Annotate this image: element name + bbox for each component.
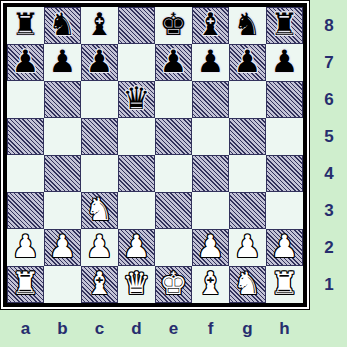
square-f6[interactable] [192, 81, 229, 118]
square-g3[interactable] [229, 192, 266, 229]
square-a8[interactable]: ♜ [7, 7, 44, 44]
file-label-g: g [229, 311, 266, 347]
black-knight: ♞ [234, 9, 262, 40]
square-c4[interactable] [81, 155, 118, 192]
square-g5[interactable] [229, 118, 266, 155]
square-b8[interactable]: ♞ [44, 7, 81, 44]
square-h6[interactable] [266, 81, 303, 118]
square-c5[interactable] [81, 118, 118, 155]
square-d5[interactable] [118, 118, 155, 155]
black-pawn: ♟ [12, 46, 40, 77]
rank-label-4: 4 [311, 155, 347, 192]
square-h4[interactable] [266, 155, 303, 192]
square-b1[interactable] [44, 266, 81, 303]
white-rook: ♜ [12, 268, 40, 299]
white-bishop: ♝ [86, 268, 114, 299]
square-f5[interactable] [192, 118, 229, 155]
chess-diagram: ♜♞♝♚♝♞♜♟♟♟♟♟♟♟♛♞♟♟♟♟♟♟♟♜♝♛♚♝♞♜ 87654321 … [0, 0, 347, 347]
rank-label-3: 3 [311, 192, 347, 229]
square-a2[interactable]: ♟ [7, 229, 44, 266]
rank-label-5: 5 [311, 118, 347, 155]
rank-label-7: 7 [311, 44, 347, 81]
square-f4[interactable] [192, 155, 229, 192]
square-a3[interactable] [7, 192, 44, 229]
black-bishop: ♝ [86, 9, 114, 40]
black-pawn: ♟ [49, 46, 77, 77]
chess-board: ♜♞♝♚♝♞♜♟♟♟♟♟♟♟♛♞♟♟♟♟♟♟♟♜♝♛♚♝♞♜ [7, 7, 303, 303]
black-knight: ♞ [49, 9, 77, 40]
square-b3[interactable] [44, 192, 81, 229]
black-bishop: ♝ [197, 9, 225, 40]
square-e1[interactable]: ♚ [155, 266, 192, 303]
file-label-d: d [118, 311, 155, 347]
square-h2[interactable]: ♟ [266, 229, 303, 266]
file-label-a: a [7, 311, 44, 347]
square-e2[interactable] [155, 229, 192, 266]
black-pawn: ♟ [197, 46, 225, 77]
square-c3[interactable]: ♞ [81, 192, 118, 229]
square-g4[interactable] [229, 155, 266, 192]
square-a6[interactable] [7, 81, 44, 118]
white-king: ♚ [160, 268, 188, 299]
file-label-b: b [44, 311, 81, 347]
rank-label-6: 6 [311, 81, 347, 118]
square-d7[interactable] [118, 44, 155, 81]
square-d4[interactable] [118, 155, 155, 192]
file-label-c: c [81, 311, 118, 347]
square-a7[interactable]: ♟ [7, 44, 44, 81]
square-b4[interactable] [44, 155, 81, 192]
file-label-f: f [192, 311, 229, 347]
white-pawn: ♟ [12, 231, 40, 262]
white-bishop: ♝ [197, 268, 225, 299]
square-g2[interactable]: ♟ [229, 229, 266, 266]
black-pawn: ♟ [160, 46, 188, 77]
square-c6[interactable] [81, 81, 118, 118]
square-b6[interactable] [44, 81, 81, 118]
square-h7[interactable]: ♟ [266, 44, 303, 81]
square-g6[interactable] [229, 81, 266, 118]
white-rook: ♜ [271, 268, 299, 299]
square-f2[interactable]: ♟ [192, 229, 229, 266]
square-g7[interactable]: ♟ [229, 44, 266, 81]
black-queen: ♛ [123, 83, 151, 114]
white-queen: ♛ [123, 268, 151, 299]
white-pawn: ♟ [86, 231, 114, 262]
white-pawn: ♟ [49, 231, 77, 262]
square-c1[interactable]: ♝ [81, 266, 118, 303]
square-b5[interactable] [44, 118, 81, 155]
black-rook: ♜ [12, 9, 40, 40]
square-h8[interactable]: ♜ [266, 7, 303, 44]
white-pawn: ♟ [197, 231, 225, 262]
square-e8[interactable]: ♚ [155, 7, 192, 44]
square-h1[interactable]: ♜ [266, 266, 303, 303]
square-d1[interactable]: ♛ [118, 266, 155, 303]
black-pawn: ♟ [271, 46, 299, 77]
square-c7[interactable]: ♟ [81, 44, 118, 81]
square-d3[interactable] [118, 192, 155, 229]
rank-labels: 87654321 [311, 7, 347, 303]
square-b2[interactable]: ♟ [44, 229, 81, 266]
square-a1[interactable]: ♜ [7, 266, 44, 303]
square-f7[interactable]: ♟ [192, 44, 229, 81]
file-label-e: e [155, 311, 192, 347]
chess-board-border: ♜♞♝♚♝♞♜♟♟♟♟♟♟♟♛♞♟♟♟♟♟♟♟♜♝♛♚♝♞♜ [3, 3, 307, 307]
square-a5[interactable] [7, 118, 44, 155]
white-pawn: ♟ [271, 231, 299, 262]
black-king: ♚ [160, 9, 188, 40]
square-c2[interactable]: ♟ [81, 229, 118, 266]
square-d8[interactable] [118, 7, 155, 44]
square-d6[interactable]: ♛ [118, 81, 155, 118]
square-e6[interactable] [155, 81, 192, 118]
chess-board-frame: ♜♞♝♚♝♞♜♟♟♟♟♟♟♟♛♞♟♟♟♟♟♟♟♜♝♛♚♝♞♜ [0, 0, 310, 310]
square-f3[interactable] [192, 192, 229, 229]
square-d2[interactable]: ♟ [118, 229, 155, 266]
square-a4[interactable] [7, 155, 44, 192]
square-e7[interactable]: ♟ [155, 44, 192, 81]
file-label-h: h [266, 311, 303, 347]
rank-label-2: 2 [311, 229, 347, 266]
square-g1[interactable]: ♞ [229, 266, 266, 303]
square-c8[interactable]: ♝ [81, 7, 118, 44]
rank-label-1: 1 [311, 266, 347, 303]
square-g8[interactable]: ♞ [229, 7, 266, 44]
white-knight: ♞ [234, 268, 262, 299]
square-h5[interactable] [266, 118, 303, 155]
square-f8[interactable]: ♝ [192, 7, 229, 44]
white-pawn: ♟ [234, 231, 262, 262]
file-labels: abcdefgh [7, 311, 303, 347]
white-knight: ♞ [86, 194, 114, 225]
black-pawn: ♟ [234, 46, 262, 77]
white-pawn: ♟ [123, 231, 151, 262]
rank-label-8: 8 [311, 7, 347, 44]
square-b7[interactable]: ♟ [44, 44, 81, 81]
square-e5[interactable] [155, 118, 192, 155]
square-e4[interactable] [155, 155, 192, 192]
black-rook: ♜ [271, 9, 299, 40]
square-e3[interactable] [155, 192, 192, 229]
black-pawn: ♟ [86, 46, 114, 77]
square-h3[interactable] [266, 192, 303, 229]
square-f1[interactable]: ♝ [192, 266, 229, 303]
